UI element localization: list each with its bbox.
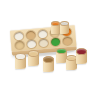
board-recess-white[interactable] xyxy=(38,30,48,39)
loose-cup-white[interactable] xyxy=(15,55,26,69)
cup-contents-orange xyxy=(51,21,60,26)
board-recess-empty[interactable] xyxy=(15,40,25,49)
photo-scene xyxy=(0,0,98,109)
cup-contents-white xyxy=(15,53,26,60)
cup-contents-darkred xyxy=(76,48,87,55)
loose-cup-wood-1[interactable] xyxy=(28,52,39,66)
standing-cup-orange[interactable] xyxy=(51,23,60,34)
standing-cup-gray[interactable] xyxy=(60,23,69,34)
board-recess-cream[interactable] xyxy=(39,38,49,47)
board-recess-white[interactable] xyxy=(27,39,37,48)
cup-contents-green xyxy=(56,48,67,54)
loose-cup-brown[interactable] xyxy=(43,58,54,72)
board-recess-white[interactable] xyxy=(14,32,24,41)
cup-contents-empty xyxy=(28,50,39,57)
board-recess-beige[interactable] xyxy=(62,36,72,45)
board-recess-beige[interactable] xyxy=(26,31,36,40)
board-recess-green[interactable] xyxy=(50,37,60,46)
loose-cup-darkred[interactable] xyxy=(76,50,87,64)
cup-contents-brown xyxy=(43,56,54,63)
cup-contents-gray xyxy=(60,21,69,26)
